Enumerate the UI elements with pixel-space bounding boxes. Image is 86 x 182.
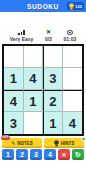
notes-off-badge: OFF bbox=[1, 136, 10, 141]
cell-r1c1[interactable] bbox=[4, 46, 24, 68]
key-2[interactable]: 2 bbox=[16, 149, 28, 160]
erase-button[interactable]: ✕ bbox=[58, 149, 70, 160]
hints-label: HINTS bbox=[61, 141, 75, 146]
cell-r1c4[interactable] bbox=[63, 46, 83, 68]
lightbulb-icon bbox=[54, 140, 59, 147]
number-pad: 1 2 3 4 ✕ ↻ bbox=[2, 149, 84, 160]
lightbulb-icon bbox=[69, 3, 74, 10]
cell-r1c2[interactable] bbox=[24, 46, 44, 68]
timer-label: 01:03 bbox=[63, 36, 76, 42]
key-1[interactable]: 1 bbox=[2, 149, 14, 160]
cell-r4c2[interactable] bbox=[24, 112, 44, 134]
hints-badge bbox=[81, 137, 86, 142]
app-bar: SUDOKU 125 bbox=[0, 0, 86, 12]
key-3[interactable]: 3 bbox=[30, 149, 42, 160]
mistakes-stat: ✕ 0/3 bbox=[45, 29, 52, 42]
stats-row: Very Easy ✕ 0/3 01:03 bbox=[0, 26, 86, 42]
cell-r2c4[interactable] bbox=[63, 68, 83, 90]
cell-r4c1[interactable]: 3 bbox=[4, 112, 24, 134]
key-4[interactable]: 4 bbox=[44, 149, 56, 160]
cell-r1c3[interactable] bbox=[43, 46, 63, 68]
timer-stat: 01:03 bbox=[63, 30, 76, 43]
notes-label: NOTES bbox=[17, 141, 33, 146]
restart-button[interactable]: ↻ bbox=[72, 149, 84, 160]
cell-r2c2[interactable]: 4 bbox=[24, 68, 44, 90]
cell-r2c3[interactable]: 3 bbox=[43, 68, 63, 90]
cell-r3c4[interactable] bbox=[63, 90, 83, 112]
cell-r3c3[interactable]: 2 bbox=[43, 90, 63, 112]
clock-icon bbox=[67, 30, 73, 36]
hint-coin-badge[interactable]: 125 bbox=[67, 2, 84, 10]
cell-r2c1[interactable]: 1 bbox=[4, 68, 24, 90]
cell-r3c1[interactable]: 4 bbox=[4, 90, 24, 112]
hints-button[interactable]: HINTS bbox=[44, 138, 84, 148]
difficulty-label: Very Easy bbox=[10, 36, 34, 42]
notes-button[interactable]: OFF ✎ NOTES bbox=[2, 138, 42, 148]
cell-r4c3[interactable]: 1 bbox=[43, 112, 63, 134]
toolbar: OFF ✎ NOTES HINTS bbox=[2, 138, 84, 148]
pencil-icon: ✎ bbox=[11, 141, 15, 146]
mistakes-label: 0/3 bbox=[45, 36, 52, 42]
difficulty-stat: Very Easy bbox=[10, 30, 34, 42]
coin-count: 125 bbox=[75, 4, 82, 9]
cross-icon: ✕ bbox=[46, 29, 51, 35]
sudoku-board: 1 4 3 4 1 2 3 1 4 bbox=[2, 44, 84, 136]
signal-bars-icon bbox=[18, 30, 25, 35]
cell-r3c2[interactable]: 1 bbox=[24, 90, 44, 112]
cell-r4c4[interactable]: 4 bbox=[63, 112, 83, 134]
page-title: SUDOKU bbox=[27, 3, 59, 10]
